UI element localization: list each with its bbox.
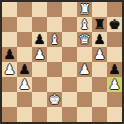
square-e6[interactable] [62, 32, 77, 47]
square-h2[interactable] [107, 92, 122, 107]
square-b1[interactable] [17, 107, 32, 122]
square-e1[interactable] [62, 107, 77, 122]
square-d8[interactable] [47, 2, 62, 17]
square-g7[interactable]: ♜ [92, 17, 107, 32]
square-g6[interactable]: ♟ [92, 32, 107, 47]
square-f3[interactable] [77, 77, 92, 92]
square-h1[interactable] [107, 107, 122, 122]
white-pawn[interactable]: ♟ [78, 62, 90, 77]
square-g5[interactable]: ♟ [92, 47, 107, 62]
square-c8[interactable] [32, 2, 47, 17]
square-c1[interactable] [32, 107, 47, 122]
square-b3[interactable]: ♟ [17, 77, 32, 92]
square-c5[interactable]: ♟ [32, 47, 47, 62]
square-a2[interactable] [2, 92, 17, 107]
white-bishop[interactable]: ♝ [78, 17, 90, 32]
black-king[interactable]: ♚ [108, 17, 120, 32]
white-pawn[interactable]: ♟ [33, 47, 45, 62]
black-rook[interactable]: ♜ [93, 17, 105, 32]
white-pawn[interactable]: ♟ [93, 47, 105, 62]
square-e4[interactable] [62, 62, 77, 77]
black-pawn[interactable]: ♟ [18, 62, 30, 77]
white-pawn[interactable]: ♟ [108, 77, 120, 92]
square-e7[interactable] [62, 17, 77, 32]
square-f4[interactable]: ♟ [77, 62, 92, 77]
white-rook[interactable]: ♜ [78, 2, 90, 17]
square-a7[interactable] [2, 17, 17, 32]
white-queen[interactable]: ♛ [78, 32, 90, 47]
square-d4[interactable] [47, 62, 62, 77]
square-d7[interactable] [47, 17, 62, 32]
square-g4[interactable] [92, 62, 107, 77]
black-pawn[interactable]: ♟ [93, 32, 105, 47]
square-d1[interactable] [47, 107, 62, 122]
square-g2[interactable] [92, 92, 107, 107]
square-e8[interactable] [62, 2, 77, 17]
square-a5[interactable]: ♟ [2, 47, 17, 62]
square-f7[interactable]: ♝ [77, 17, 92, 32]
square-h5[interactable] [107, 47, 122, 62]
square-f6[interactable]: ♛ [77, 32, 92, 47]
square-b4[interactable]: ♟ [17, 62, 32, 77]
square-d6[interactable]: ♝ [47, 32, 62, 47]
square-g8[interactable] [92, 2, 107, 17]
square-a6[interactable] [2, 32, 17, 47]
square-h8[interactable] [107, 2, 122, 17]
white-pawn[interactable]: ♟ [3, 62, 15, 77]
square-d3[interactable] [47, 77, 62, 92]
black-pawn[interactable]: ♟ [3, 47, 15, 62]
square-g1[interactable] [92, 107, 107, 122]
chess-board-frame: ♜♝♜♚♟♝♛♟♟♟♟♟♟♟♟♟♟♚ [0, 0, 124, 124]
square-h3[interactable]: ♟ [107, 77, 122, 92]
square-f8[interactable]: ♜ [77, 2, 92, 17]
square-f2[interactable] [77, 92, 92, 107]
square-h7[interactable]: ♚ [107, 17, 122, 32]
square-b8[interactable] [17, 2, 32, 17]
square-c7[interactable] [32, 17, 47, 32]
square-a3[interactable] [2, 77, 17, 92]
square-f1[interactable] [77, 107, 92, 122]
square-d5[interactable] [47, 47, 62, 62]
square-c2[interactable] [32, 92, 47, 107]
white-king[interactable]: ♚ [48, 92, 60, 107]
square-g3[interactable] [92, 77, 107, 92]
square-c3[interactable] [32, 77, 47, 92]
white-bishop[interactable]: ♝ [48, 32, 60, 47]
square-h6[interactable] [107, 32, 122, 47]
white-pawn[interactable]: ♟ [18, 77, 30, 92]
chess-board: ♜♝♜♚♟♝♛♟♟♟♟♟♟♟♟♟♟♚ [2, 2, 122, 122]
square-h4[interactable]: ♟ [107, 62, 122, 77]
square-a4[interactable]: ♟ [2, 62, 17, 77]
black-pawn[interactable]: ♟ [108, 62, 120, 77]
square-b7[interactable] [17, 17, 32, 32]
square-a1[interactable] [2, 107, 17, 122]
square-e3[interactable] [62, 77, 77, 92]
square-e2[interactable] [62, 92, 77, 107]
square-b5[interactable] [17, 47, 32, 62]
square-d2[interactable]: ♚ [47, 92, 62, 107]
square-c6[interactable]: ♟ [32, 32, 47, 47]
square-a8[interactable] [2, 2, 17, 17]
square-b6[interactable] [17, 32, 32, 47]
square-e5[interactable] [62, 47, 77, 62]
square-b2[interactable] [17, 92, 32, 107]
black-pawn[interactable]: ♟ [33, 32, 45, 47]
square-c4[interactable] [32, 62, 47, 77]
square-f5[interactable] [77, 47, 92, 62]
